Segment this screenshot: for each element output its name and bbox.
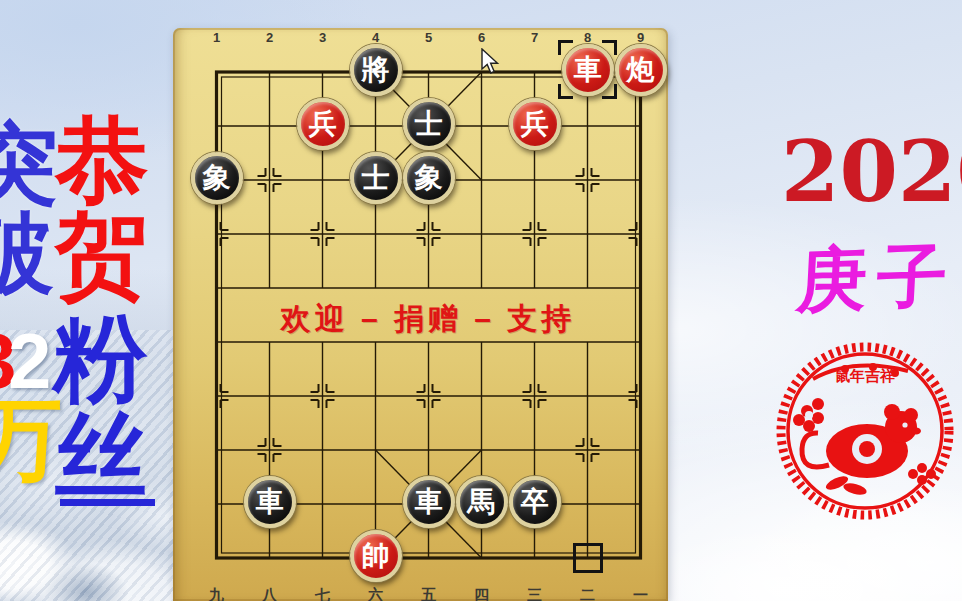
file-label-bottom-2: 八 (260, 586, 280, 601)
file-label-bottom-8: 二 (578, 586, 598, 601)
intersection-9-7[interactable] (614, 423, 667, 477)
intersection-3-6[interactable] (296, 369, 349, 423)
intersection-9-9[interactable] (614, 531, 667, 585)
intersection-3-3[interactable] (296, 207, 349, 261)
intersection-9-2[interactable] (614, 153, 667, 207)
intersection-7-5[interactable] (508, 315, 561, 369)
intersection-9-6[interactable] (614, 369, 667, 423)
file-label-top-8: 8 (578, 30, 598, 45)
intersection-3-0[interactable] (296, 45, 349, 99)
intersection-6-8[interactable]: 馬 (455, 477, 508, 531)
intersection-5-8[interactable]: 車 (402, 477, 455, 531)
intersection-8-0[interactable]: 車 (561, 45, 614, 99)
file-label-bottom-3: 七 (313, 586, 333, 601)
intersection-2-5[interactable] (243, 315, 296, 369)
red-piece-炮[interactable]: 炮 (615, 44, 667, 96)
mouse-cursor-icon (481, 48, 503, 76)
intersection-8-8[interactable] (561, 477, 614, 531)
black-piece-士[interactable]: 士 (350, 152, 402, 204)
intersection-6-6[interactable] (455, 369, 508, 423)
intersection-7-8[interactable]: 卒 (508, 477, 561, 531)
intersection-8-7[interactable] (561, 423, 614, 477)
intersection-1-6[interactable] (190, 369, 243, 423)
intersection-4-0[interactable]: 將 (349, 45, 402, 99)
intersection-2-1[interactable] (243, 99, 296, 153)
intersection-4-9[interactable]: 帥 (349, 531, 402, 585)
banner-char-恭: 恭 (55, 114, 149, 208)
black-piece-馬[interactable]: 馬 (456, 476, 508, 528)
intersection-2-3[interactable] (243, 207, 296, 261)
intersection-2-4[interactable] (243, 261, 296, 315)
intersection-1-8[interactable] (190, 477, 243, 531)
file-label-top-4: 4 (366, 30, 386, 45)
file-label-top-1: 1 (207, 30, 227, 45)
black-piece-車[interactable]: 車 (403, 476, 455, 528)
file-label-bottom-6: 四 (472, 586, 492, 601)
intersection-9-5[interactable] (614, 315, 667, 369)
banner-char-粉: 粉 (53, 312, 147, 406)
intersection-6-7[interactable] (455, 423, 508, 477)
intersection-3-1[interactable]: 兵 (296, 99, 349, 153)
intersection-3-8[interactable] (296, 477, 349, 531)
intersection-4-1[interactable] (349, 99, 402, 153)
intersection-8-2[interactable] (561, 153, 614, 207)
intersection-1-3[interactable] (190, 207, 243, 261)
banner-char-丝: 丝 (55, 410, 147, 502)
intersection-5-1[interactable]: 士 (402, 99, 455, 153)
intersection-1-7[interactable] (190, 423, 243, 477)
intersection-5-4[interactable] (402, 261, 455, 315)
file-label-top-3: 3 (313, 30, 333, 45)
file-label-top-7: 7 (525, 30, 545, 45)
gengzi-era-label: 庚子 (795, 237, 959, 320)
black-piece-象[interactable]: 象 (191, 152, 243, 204)
red-piece-帥[interactable]: 帥 (350, 530, 402, 582)
intersection-4-5[interactable] (349, 315, 402, 369)
intersection-3-2[interactable] (296, 153, 349, 207)
file-label-bottom-4: 六 (366, 586, 386, 601)
black-piece-將[interactable]: 將 (350, 44, 402, 96)
intersection-9-3[interactable] (614, 207, 667, 261)
intersection-4-8[interactable] (349, 477, 402, 531)
xiangqi-board: 將車炮兵士兵象士象車車馬卒帥 (190, 45, 667, 585)
intersection-1-1[interactable] (190, 99, 243, 153)
intersection-6-2[interactable] (455, 153, 508, 207)
intersection-7-7[interactable] (508, 423, 561, 477)
file-label-bottom-1: 九 (207, 586, 227, 601)
banner-char-贺: 贺 (55, 208, 149, 302)
intersection-3-5[interactable] (296, 315, 349, 369)
intersection-2-0[interactable] (243, 45, 296, 99)
intersection-5-2[interactable]: 象 (402, 153, 455, 207)
screenshot-stage: 突恭破贺32粉万丝 2020 庚子 鼠年吉祥 (0, 0, 962, 601)
intersection-1-9[interactable] (190, 531, 243, 585)
intersection-6-5[interactable] (455, 315, 508, 369)
xiangqi-board-panel: 欢迎 – 捐赠 – 支持 123456789九八七六五四三二一 將車炮兵士兵象士… (173, 28, 668, 601)
intersection-5-9[interactable] (402, 531, 455, 585)
banner-char-破: 破 (0, 210, 54, 298)
intersection-6-3[interactable] (455, 207, 508, 261)
file-label-bottom-5: 五 (419, 586, 439, 601)
intersection-2-2[interactable] (243, 153, 296, 207)
intersection-6-4[interactable] (455, 261, 508, 315)
banner-char-突: 突 (0, 120, 58, 208)
intersection-7-6[interactable] (508, 369, 561, 423)
intersection-7-3[interactable] (508, 207, 561, 261)
intersection-9-0[interactable]: 炮 (614, 45, 667, 99)
black-piece-車[interactable]: 車 (244, 476, 296, 528)
intersection-8-5[interactable] (561, 315, 614, 369)
last-move-origin-marker (573, 543, 603, 573)
intersection-8-4[interactable] (561, 261, 614, 315)
intersection-5-7[interactable] (402, 423, 455, 477)
intersection-4-6[interactable] (349, 369, 402, 423)
intersection-3-7[interactable] (296, 423, 349, 477)
intersection-7-1[interactable]: 兵 (508, 99, 561, 153)
intersection-9-1[interactable] (614, 99, 667, 153)
intersection-1-2[interactable]: 象 (190, 153, 243, 207)
intersection-3-9[interactable] (296, 531, 349, 585)
intersection-5-6[interactable] (402, 369, 455, 423)
intersection-7-0[interactable] (508, 45, 561, 99)
intersection-4-7[interactable] (349, 423, 402, 477)
rat-papercut-decoration: 鼠年吉祥 (771, 337, 959, 525)
intersection-2-8[interactable]: 車 (243, 477, 296, 531)
intersection-7-9[interactable] (508, 531, 561, 585)
intersection-5-5[interactable] (402, 315, 455, 369)
intersection-4-2[interactable]: 士 (349, 153, 402, 207)
banner-char-万: 万 (0, 394, 62, 484)
intersection-1-5[interactable] (190, 315, 243, 369)
file-label-bottom-7: 三 (525, 586, 545, 601)
intersection-8-3[interactable] (561, 207, 614, 261)
black-piece-士[interactable]: 士 (403, 98, 455, 150)
intersection-7-2[interactable] (508, 153, 561, 207)
file-label-top-2: 2 (260, 30, 280, 45)
intersection-8-9[interactable] (561, 531, 614, 585)
red-piece-車[interactable]: 車 (562, 44, 614, 96)
file-label-top-9: 9 (631, 30, 651, 45)
intersection-4-3[interactable] (349, 207, 402, 261)
intersection-9-4[interactable] (614, 261, 667, 315)
intersection-8-1[interactable] (561, 99, 614, 153)
intersection-1-0[interactable] (190, 45, 243, 99)
papercut-greeting-text: 鼠年吉祥 (835, 367, 895, 384)
intersection-6-1[interactable] (455, 99, 508, 153)
intersection-2-7[interactable] (243, 423, 296, 477)
intersection-7-4[interactable] (508, 261, 561, 315)
black-piece-卒[interactable]: 卒 (509, 476, 561, 528)
fans-underline (60, 499, 155, 506)
intersection-5-3[interactable] (402, 207, 455, 261)
intersection-1-4[interactable] (190, 261, 243, 315)
red-piece-兵[interactable]: 兵 (509, 98, 561, 150)
red-piece-兵[interactable]: 兵 (297, 98, 349, 150)
year-2020-label: 2020 (781, 130, 962, 214)
file-label-top-5: 5 (419, 30, 439, 45)
file-label-top-6: 6 (472, 30, 492, 45)
intersection-2-9[interactable] (243, 531, 296, 585)
black-piece-象[interactable]: 象 (403, 152, 455, 204)
intersection-6-9[interactable] (455, 531, 508, 585)
intersection-4-4[interactable] (349, 261, 402, 315)
intersection-8-6[interactable] (561, 369, 614, 423)
intersection-9-8[interactable] (614, 477, 667, 531)
file-label-bottom-9: 一 (631, 586, 651, 601)
intersection-5-0[interactable] (402, 45, 455, 99)
intersection-3-4[interactable] (296, 261, 349, 315)
intersection-2-6[interactable] (243, 369, 296, 423)
